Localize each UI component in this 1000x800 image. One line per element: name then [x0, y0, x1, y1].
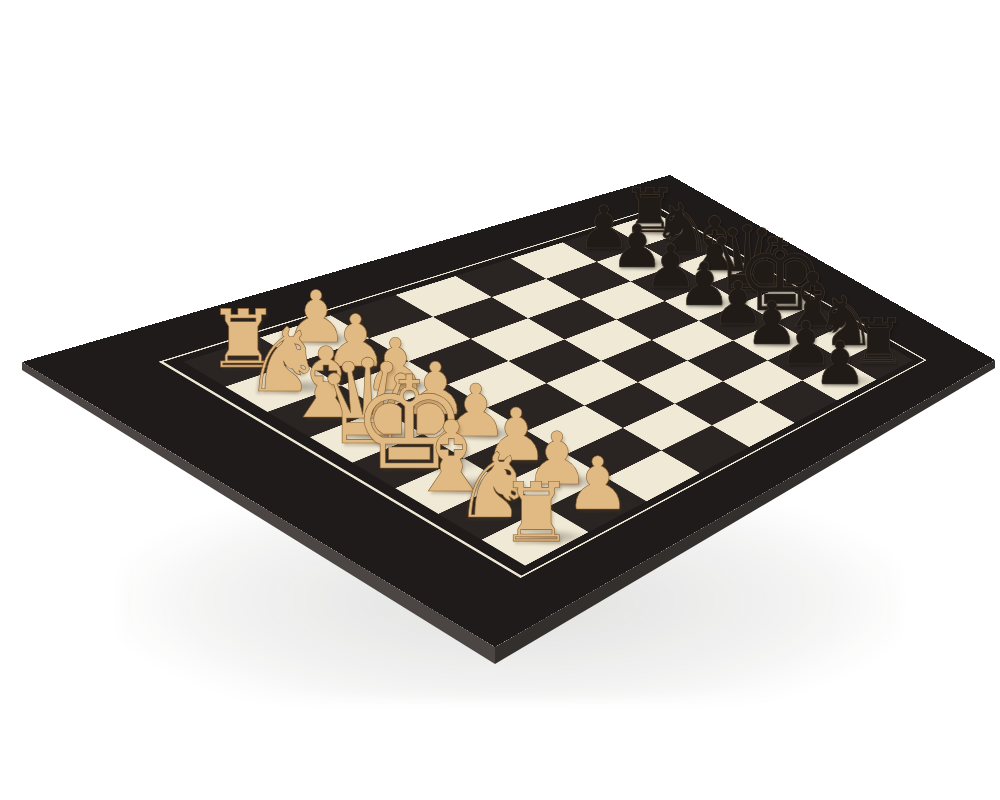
chess-set-photo: ♜♟♞♟♝♟♛♟♚♟♝♟♟♞♜♟♟♜♟♟♞♟♝♟♛♟♚♟♝♟♞♜	[0, 0, 1000, 800]
